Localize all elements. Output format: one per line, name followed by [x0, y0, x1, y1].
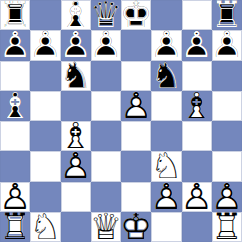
square-f1[interactable] — [151, 212, 181, 242]
black-king-icon: ♚♔ — [121, 0, 151, 30]
black-pawn-icon: ♟♙ — [0, 30, 30, 60]
square-g1[interactable] — [182, 212, 212, 242]
square-h2[interactable]: ♟♙ — [212, 182, 242, 212]
square-g7[interactable]: ♟♙ — [182, 30, 212, 60]
square-d8[interactable]: ♛♕ — [91, 0, 121, 30]
square-f4[interactable] — [151, 121, 181, 151]
square-c7[interactable]: ♟♙ — [61, 30, 91, 60]
white-knight-icon: ♞♘ — [151, 151, 181, 181]
white-pawn-icon: ♟♙ — [61, 151, 91, 181]
square-c8[interactable]: ♝♗ — [61, 0, 91, 30]
square-a2[interactable]: ♟♙ — [0, 182, 30, 212]
square-g3[interactable] — [182, 151, 212, 181]
square-a4[interactable] — [0, 121, 30, 151]
black-knight-icon: ♞♘ — [151, 61, 181, 91]
square-f6[interactable]: ♞♘ — [151, 61, 181, 91]
square-h7[interactable]: ♟♙ — [212, 30, 242, 60]
square-h3[interactable] — [212, 151, 242, 181]
square-a7[interactable]: ♟♙ — [0, 30, 30, 60]
square-c1[interactable] — [61, 212, 91, 242]
square-b1[interactable]: ♞♘ — [30, 212, 60, 242]
white-queen-icon: ♛♕ — [91, 212, 121, 242]
white-knight-icon: ♞♘ — [30, 212, 60, 242]
square-g6[interactable] — [182, 61, 212, 91]
square-g2[interactable]: ♟♙ — [182, 182, 212, 212]
white-rook-icon: ♜♖ — [0, 212, 30, 242]
square-f2[interactable]: ♟♙ — [151, 182, 181, 212]
square-a3[interactable] — [0, 151, 30, 181]
square-c5[interactable] — [61, 91, 91, 121]
square-g4[interactable] — [182, 121, 212, 151]
square-h8[interactable]: ♜♖ — [212, 0, 242, 30]
white-rook-icon: ♜♖ — [212, 212, 242, 242]
square-d2[interactable] — [91, 182, 121, 212]
black-bishop-icon: ♝♗ — [0, 91, 30, 121]
square-e7[interactable] — [121, 30, 151, 60]
black-rook-icon: ♜♖ — [0, 0, 30, 30]
square-b5[interactable] — [30, 91, 60, 121]
square-a1[interactable]: ♜♖ — [0, 212, 30, 242]
square-e1[interactable]: ♚♔ — [121, 212, 151, 242]
square-h6[interactable] — [212, 61, 242, 91]
square-e4[interactable] — [121, 121, 151, 151]
white-pawn-icon: ♟♙ — [182, 182, 212, 212]
square-a6[interactable] — [0, 61, 30, 91]
square-d3[interactable] — [91, 151, 121, 181]
square-e8[interactable]: ♚♔ — [121, 0, 151, 30]
square-c4[interactable]: ♝♗ — [61, 121, 91, 151]
white-king-icon: ♚♔ — [121, 212, 151, 242]
black-pawn-icon: ♟♙ — [182, 30, 212, 60]
square-d5[interactable] — [91, 91, 121, 121]
black-pawn-icon: ♟♙ — [91, 30, 121, 60]
black-pawn-icon: ♟♙ — [212, 30, 242, 60]
square-f3[interactable]: ♞♘ — [151, 151, 181, 181]
square-e6[interactable] — [121, 61, 151, 91]
square-b6[interactable] — [30, 61, 60, 91]
square-e5[interactable]: ♟♙ — [121, 91, 151, 121]
square-a8[interactable]: ♜♖ — [0, 0, 30, 30]
white-bishop-icon: ♝♗ — [61, 121, 91, 151]
square-c2[interactable] — [61, 182, 91, 212]
white-pawn-icon: ♟♙ — [151, 182, 181, 212]
square-d4[interactable] — [91, 121, 121, 151]
square-e3[interactable] — [121, 151, 151, 181]
square-f5[interactable] — [151, 91, 181, 121]
square-h1[interactable]: ♜♖ — [212, 212, 242, 242]
square-d7[interactable]: ♟♙ — [91, 30, 121, 60]
white-pawn-icon: ♟♙ — [0, 182, 30, 212]
square-b7[interactable]: ♟♙ — [30, 30, 60, 60]
chess-board: ♜♖♝♗♛♕♚♔♜♖♟♙♟♙♟♙♟♙♟♙♟♙♟♙♞♘♞♘♝♗♟♙♝♗♝♗♟♙♞♘… — [0, 0, 242, 242]
square-b2[interactable] — [30, 182, 60, 212]
square-f8[interactable] — [151, 0, 181, 30]
black-pawn-icon: ♟♙ — [61, 30, 91, 60]
square-d1[interactable]: ♛♕ — [91, 212, 121, 242]
black-queen-icon: ♛♕ — [91, 0, 121, 30]
black-pawn-icon: ♟♙ — [151, 30, 181, 60]
white-pawn-icon: ♟♙ — [212, 182, 242, 212]
square-b3[interactable] — [30, 151, 60, 181]
black-pawn-icon: ♟♙ — [30, 30, 60, 60]
white-pawn-icon: ♟♙ — [121, 91, 151, 121]
white-bishop-icon: ♝♗ — [182, 91, 212, 121]
black-rook-icon: ♜♖ — [212, 0, 242, 30]
black-bishop-icon: ♝♗ — [61, 0, 91, 30]
square-b4[interactable] — [30, 121, 60, 151]
square-b8[interactable] — [30, 0, 60, 30]
square-d6[interactable] — [91, 61, 121, 91]
square-h5[interactable] — [212, 91, 242, 121]
square-c3[interactable]: ♟♙ — [61, 151, 91, 181]
square-g5[interactable]: ♝♗ — [182, 91, 212, 121]
square-a5[interactable]: ♝♗ — [0, 91, 30, 121]
square-c6[interactable]: ♞♘ — [61, 61, 91, 91]
square-f7[interactable]: ♟♙ — [151, 30, 181, 60]
square-h4[interactable] — [212, 121, 242, 151]
square-e2[interactable] — [121, 182, 151, 212]
black-knight-icon: ♞♘ — [61, 61, 91, 91]
square-g8[interactable] — [182, 0, 212, 30]
